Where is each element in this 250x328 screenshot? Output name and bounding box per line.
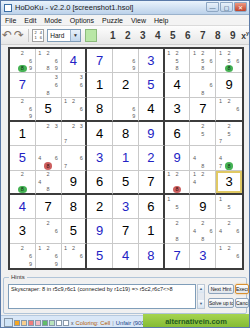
solved-digit: 2 (139, 146, 163, 169)
cell-r6c1[interactable]: 28 (10, 171, 36, 195)
solved-digit: 4 (62, 49, 86, 72)
cell-r6c2[interactable]: 248 (36, 171, 62, 195)
candidate-2: 2 (199, 219, 207, 227)
candidate-4: 4 (36, 178, 44, 185)
coloring-swatch[interactable] (4, 318, 13, 327)
cell-r8c2[interactable]: 26 (36, 219, 62, 243)
digit-button-7[interactable]: 7 (195, 30, 210, 41)
cell-r1c4[interactable]: 7 (87, 49, 113, 73)
coloring-swatch[interactable] (35, 320, 41, 326)
candidate-6: 6 (26, 252, 34, 260)
candidate-3: 3 (52, 122, 60, 130)
cell-r4c9[interactable]: 257 (216, 122, 242, 146)
xy-candidates-button[interactable]: xy (241, 30, 249, 41)
cell-r4c4[interactable]: 4 (87, 122, 113, 146)
candidate-2: 2 (225, 49, 234, 57)
cell-r3c4[interactable]: 8 (87, 98, 113, 122)
candidate-8: 8 (199, 89, 207, 97)
given-digit: 5 (36, 98, 61, 120)
candidate-2: 2 (18, 244, 26, 252)
candidate-6: 6 (77, 252, 85, 260)
candidate-2: 2 (44, 49, 52, 57)
menu-item-file[interactable]: File (1, 17, 20, 24)
candidate-8: 8 (173, 235, 181, 243)
app-icon (4, 4, 12, 12)
solved-digit: 5 (87, 244, 112, 268)
candidate-2: 2 (44, 171, 52, 178)
red-candidate-8: 8 (44, 162, 52, 170)
green-candidate-8: 8 (225, 65, 234, 73)
status-separator: | (112, 320, 114, 326)
given-digit: 9 (190, 195, 215, 218)
hodoku-window: HoDoKu - v2.2.0 [screenshot1.hsol] — ▢ ✕… (0, 0, 250, 328)
candidate-2: 2 (173, 219, 181, 227)
cell-r8c3[interactable]: 5 (62, 219, 88, 243)
cell-r6c5[interactable]: 5 (113, 171, 139, 195)
cell-r7c7[interactable]: 15 (165, 195, 191, 219)
given-digit: 7 (139, 171, 163, 193)
watermark-banner: alternativein.com (143, 314, 249, 328)
given-digit: 5 (113, 171, 138, 193)
candidate-2: 2 (199, 171, 207, 178)
cell-r3c5[interactable]: 69 (113, 98, 139, 122)
maximize-button[interactable]: ▢ (220, 2, 233, 12)
cell-r1c3[interactable]: 4 (62, 49, 88, 73)
candidate-3: 3 (77, 122, 85, 130)
candidate-4: 4 (190, 227, 198, 235)
candidate-1: 1 (165, 195, 173, 203)
menu-item-mode[interactable]: Mode (40, 17, 66, 24)
candidate-2: 2 (69, 244, 77, 252)
cell-r7c2[interactable]: 7 (36, 195, 62, 219)
cell-r5c7[interactable]: 9 (165, 146, 191, 170)
candidate-6: 6 (77, 81, 85, 89)
candidate-2: 2 (225, 244, 234, 252)
hints-panel: Hints Skyscraper: 8 in r5c9,r6c1 (connec… (3, 277, 247, 314)
candidate-9: 9 (26, 113, 34, 120)
digit-button-9[interactable]: 9 (225, 30, 240, 41)
coloring-swatch[interactable] (49, 320, 55, 326)
candidate-6: 6 (233, 227, 242, 235)
coloring-swatch[interactable] (28, 320, 34, 326)
cell-r1c5[interactable]: 69 (113, 49, 139, 73)
cell-r5c6[interactable]: 2 (139, 146, 165, 170)
candidate-6: 6 (52, 81, 60, 89)
given-digit: 9 (216, 73, 242, 96)
cell-r5c9[interactable]: 478 (216, 146, 242, 170)
cell-r9c4[interactable]: 5 (87, 244, 113, 268)
given-digit: 7 (36, 195, 61, 218)
cell-r1c1[interactable]: 2689 (10, 49, 36, 73)
cell-r4c1[interactable]: 1 (10, 122, 36, 146)
candidate-4: 4 (36, 154, 44, 162)
candidate-1: 1 (190, 171, 198, 178)
candidate-7: 7 (216, 138, 225, 146)
cell-r7c4[interactable]: 2 (87, 195, 113, 219)
cell-r5c5[interactable]: 1 (113, 146, 139, 170)
cell-r9c1[interactable]: 269 (10, 244, 36, 268)
undo-button[interactable]: ↶ (2, 29, 12, 41)
cell-r3c2[interactable]: 5 (36, 98, 62, 122)
menu-item-options[interactable]: Options (66, 17, 98, 24)
solved-digit: 3 (139, 49, 163, 72)
candidate-5: 5 (173, 57, 181, 65)
cell-r9c8[interactable]: 3 (190, 244, 216, 268)
green-candidate-8: 8 (18, 186, 26, 193)
hint-scrollbar[interactable]: ▲ ▼ (197, 284, 205, 309)
candidate-9: 9 (130, 113, 138, 120)
given-digit: 8 (113, 122, 138, 145)
cell-r2c9[interactable]: 9 (216, 73, 242, 97)
cell-r4c7[interactable]: 6 (165, 122, 191, 146)
solved-digit: 4 (10, 195, 35, 218)
given-digit: 3 (216, 171, 242, 193)
solve-up-to-button[interactable]: Solve up to (208, 298, 234, 308)
candidate-4: 4 (190, 178, 198, 185)
candidate-2: 2 (18, 49, 26, 57)
given-digit: 6 (139, 195, 163, 218)
candidate-1: 1 (165, 171, 173, 178)
cell-r8c8[interactable]: 2468 (190, 219, 216, 243)
menu-item-edit[interactable]: Edit (20, 17, 40, 24)
menu-bar: FileEditModeOptionsPuzzleViewHelp (1, 15, 249, 26)
cell-r1c2[interactable]: 12689 (36, 49, 62, 73)
solved-digit: 3 (190, 244, 215, 268)
cell-r8c5[interactable]: 7 (113, 219, 139, 243)
candidate-8: 8 (199, 162, 207, 170)
coloring-swatch[interactable] (21, 320, 27, 326)
cell-r6c7[interactable]: 128 (165, 171, 191, 195)
scroll-down-icon[interactable]: ▼ (198, 300, 204, 308)
candidate-9: 9 (26, 260, 34, 268)
cell-r8c6[interactable]: 1 (139, 219, 165, 243)
candidate-1: 1 (165, 49, 173, 57)
digit-buttons: 123456789 (105, 30, 240, 41)
candidate-4: 4 (216, 227, 225, 235)
candidate-6: 6 (52, 252, 60, 260)
watermark-text: alternativein.com (165, 317, 227, 326)
solved-digit: 5 (10, 146, 35, 169)
title-bar[interactable]: HoDoKu - v2.2.0 [screenshot1.hsol] — ▢ ✕ (1, 1, 249, 15)
candidate-9: 9 (52, 65, 60, 73)
cell-r5c3[interactable]: 67 (62, 146, 88, 170)
given-digit: 3 (165, 98, 190, 120)
candidate-1: 1 (36, 244, 44, 252)
solved-digit: 4 (113, 244, 138, 268)
candidate-9: 9 (26, 65, 34, 73)
solved-digit: 7 (87, 49, 112, 72)
given-digit: 1 (139, 219, 163, 242)
cell-r2c8[interactable]: 68 (190, 73, 216, 97)
candidate-6: 6 (233, 105, 242, 112)
cell-r4c5[interactable]: 8 (113, 122, 139, 146)
cell-r5c2[interactable]: 468 (36, 146, 62, 170)
candidate-5: 5 (225, 57, 234, 65)
cell-r3c1[interactable]: 269 (10, 98, 36, 122)
chevron-down-icon: ▼ (70, 30, 80, 41)
candidate-8: 8 (44, 89, 52, 97)
candidate-6: 6 (77, 105, 85, 112)
candidate-1: 1 (216, 244, 225, 252)
cell-r7c6[interactable]: 6 (139, 195, 165, 219)
candidate-8: 8 (199, 65, 207, 73)
candidate-7: 7 (62, 138, 70, 146)
candidate-5: 5 (225, 203, 234, 211)
show-candidates-button[interactable]: 2416 (32, 29, 44, 42)
given-digit: 4 (165, 73, 190, 96)
scroll-up-icon[interactable]: ▲ (198, 285, 204, 293)
difficulty-value: Hard (48, 32, 70, 39)
cell-r4c6[interactable]: 9 (139, 122, 165, 146)
cell-r4c8[interactable]: 25 (190, 122, 216, 146)
candidate-2: 2 (44, 244, 52, 252)
no-color-swatch[interactable]: x (71, 320, 74, 326)
cell-r6c9[interactable]: 3 (216, 171, 242, 195)
candidate-2: 2 (173, 171, 181, 178)
candidate-8: 8 (44, 186, 52, 193)
candidate-6: 6 (207, 81, 215, 89)
cell-r7c1[interactable]: 4 (10, 195, 36, 219)
redo-button[interactable]: ↷ (14, 29, 24, 41)
candidate-2: 2 (225, 98, 234, 105)
cell-r2c2[interactable]: 368 (36, 73, 62, 97)
given-digit: 6 (87, 171, 112, 193)
close-button[interactable]: ✕ (234, 2, 247, 12)
candidate-8: 8 (199, 235, 207, 243)
given-digit: 2 (113, 73, 138, 96)
given-digit: 4 (139, 98, 163, 120)
cell-r3c9[interactable]: 126 (216, 98, 242, 122)
digit-button-2[interactable]: 2 (120, 30, 135, 41)
candidate-1: 1 (216, 98, 225, 105)
candidate-6: 6 (207, 227, 215, 235)
menu-item-puzzle[interactable]: Puzzle (98, 17, 127, 24)
candidate-1: 1 (216, 49, 225, 57)
candidate-2: 2 (69, 98, 77, 105)
cell-r6c6[interactable]: 7 (139, 171, 165, 195)
given-digit: 3 (10, 219, 35, 242)
candidate-4: 4 (190, 154, 198, 162)
next-hint-button[interactable]: Next Hint (208, 284, 234, 294)
cell-r9c6[interactable]: 8 (139, 244, 165, 268)
candidate-2: 2 (69, 122, 77, 130)
candidate-2: 2 (225, 219, 234, 227)
cell-r8c4[interactable]: 9 (87, 219, 113, 243)
coloring-swatch[interactable] (42, 320, 48, 326)
candidate-6: 6 (233, 57, 242, 65)
candidate-6: 6 (130, 57, 138, 65)
cell-r8c9[interactable]: 246 (216, 219, 242, 243)
cell-r5c4[interactable]: 3 (87, 146, 113, 170)
cell-r1c6[interactable]: 3 (139, 49, 165, 73)
cell-r2c6[interactable]: 5 (139, 73, 165, 97)
candidate-2: 2 (199, 122, 207, 130)
cell-r5c8[interactable]: 48 (190, 146, 216, 170)
candidate-2: 2 (18, 171, 26, 178)
cell-r7c9[interactable]: 15 (216, 195, 242, 219)
cell-r1c7[interactable]: 1258 (165, 49, 191, 73)
candidate-2: 2 (199, 49, 207, 57)
candidate-2: 2 (18, 98, 26, 105)
given-digit: 8 (87, 98, 112, 120)
candidate-6: 6 (52, 57, 60, 65)
cell-r6c8[interactable]: 124 (190, 171, 216, 195)
candidate-6: 6 (233, 252, 242, 260)
given-digit: 1 (87, 73, 112, 96)
digit-button-8[interactable]: 8 (210, 30, 225, 41)
cell-r2c3[interactable]: 36 (62, 73, 88, 97)
solved-digit: 3 (113, 195, 138, 218)
digit-button-3[interactable]: 3 (135, 30, 150, 41)
candidate-6: 6 (26, 105, 34, 112)
cell-r7c5[interactable]: 3 (113, 195, 139, 219)
given-digit: 2 (87, 195, 112, 218)
candidate-3: 3 (52, 73, 60, 81)
given-digit: 1 (10, 122, 35, 145)
digit-button-5[interactable]: 5 (165, 30, 180, 41)
coloring-swatch[interactable] (56, 320, 62, 326)
cell-r2c1[interactable]: 7 (10, 73, 36, 97)
digit-button-4[interactable]: 4 (150, 30, 165, 41)
execute-button[interactable]: Execute (235, 284, 249, 294)
candidate-9: 9 (52, 260, 60, 268)
candidate-7: 7 (216, 162, 225, 170)
cell-r9c2[interactable]: 1269 (36, 244, 62, 268)
candidate-5: 5 (199, 57, 207, 65)
candidate-8: 8 (173, 65, 181, 73)
sudoku-board: 2689126894769312581256812568736836125468… (8, 47, 244, 270)
cell-r4c3[interactable]: 237 (62, 122, 88, 146)
cell-r2c5[interactable]: 2 (113, 73, 139, 97)
cell-r6c3[interactable]: 9 (62, 171, 88, 195)
given-digit: 6 (165, 122, 190, 145)
candidate-6: 6 (52, 154, 60, 162)
candidate-icon-digit: 6 (38, 35, 43, 41)
solved-digit: 9 (87, 219, 112, 242)
green-candidate-8: 8 (18, 65, 26, 73)
candidate-1: 1 (62, 244, 70, 252)
candidate-6: 6 (207, 57, 215, 65)
given-digit: 5 (62, 219, 86, 242)
candidate-5: 5 (199, 130, 207, 138)
candidate-3: 3 (77, 73, 85, 81)
cell-r9c7[interactable]: 7 (165, 244, 191, 268)
given-digit: 9 (62, 171, 86, 193)
cell-r1c8[interactable]: 12568 (190, 49, 216, 73)
cell-r3c8[interactable]: 7 (190, 98, 216, 122)
candidate-1: 1 (190, 49, 198, 57)
solved-digit: 5 (139, 73, 163, 96)
given-digit: 7 (190, 98, 215, 120)
candidate-9: 9 (130, 65, 138, 73)
cell-r9c9[interactable]: 126 (216, 244, 242, 268)
cell-r8c7[interactable]: 28 (165, 219, 191, 243)
coloring-palette (4, 318, 70, 327)
solved-digit: 8 (139, 244, 163, 268)
xy-sup-label: y (246, 30, 249, 36)
green-candidate-8: 8 (225, 162, 234, 170)
cell-r3c3[interactable]: 126 (62, 98, 88, 122)
cell-r9c3[interactable]: 126 (62, 244, 88, 268)
candidate-2: 2 (225, 122, 234, 130)
coloring-mode-label: Coloring: Cell (76, 320, 111, 326)
cell-r3c6[interactable]: 4 (139, 98, 165, 122)
toolbar: ↶ ↷ 2416 Hard ▼ 123456789 xy (1, 26, 249, 45)
window-title: HoDoKu - v2.2.0 [screenshot1.hsol] (15, 3, 133, 12)
digit-button-1[interactable]: 1 (105, 30, 120, 41)
candidate-2: 2 (44, 219, 52, 227)
cell-r1c9[interactable]: 12568 (216, 49, 242, 73)
candidate-4: 4 (216, 154, 225, 162)
candidate-6: 6 (52, 227, 60, 235)
candidate-6: 6 (130, 105, 138, 112)
candidate-2: 2 (44, 122, 52, 130)
cell-r2c4[interactable]: 1 (87, 73, 113, 97)
candidate-5: 5 (225, 130, 234, 138)
cell-r7c3[interactable]: 8 (62, 195, 88, 219)
cell-r7c8[interactable]: 9 (190, 195, 216, 219)
solved-digit: 1 (113, 146, 138, 169)
cancel-button[interactable]: Cancel (235, 298, 249, 308)
solved-digit: 3 (87, 146, 112, 169)
solved-digit: 7 (10, 73, 35, 96)
cell-r5c1[interactable]: 5 (10, 146, 36, 170)
solved-digit: 7 (165, 244, 190, 268)
toolbar-separator (28, 29, 29, 42)
cell-r2c7[interactable]: 4 (165, 73, 191, 97)
candidate-7: 7 (62, 162, 70, 170)
coloring-swatch[interactable] (14, 320, 20, 326)
cell-r8c1[interactable]: 3 (10, 219, 36, 243)
candidate-1: 1 (36, 49, 44, 57)
cell-r9c5[interactable]: 4 (113, 244, 139, 268)
candidate-2: 2 (173, 49, 181, 57)
coloring-swatch[interactable] (63, 320, 69, 326)
given-digit: 4 (87, 122, 112, 145)
candidate-6: 6 (26, 57, 34, 65)
given-digit: 7 (113, 219, 138, 242)
candidate-6: 6 (77, 154, 85, 162)
hints-panel-title: Hints (9, 274, 27, 280)
cell-r3c7[interactable]: 3 (165, 98, 191, 122)
solved-digit: 9 (165, 146, 190, 169)
cell-r6c4[interactable]: 6 (87, 171, 113, 195)
minimize-button[interactable]: — (206, 2, 219, 12)
color-swatch-button[interactable] (85, 29, 97, 42)
menu-item-view[interactable]: View (127, 17, 150, 24)
difficulty-dropdown[interactable]: Hard ▼ (47, 29, 81, 42)
solved-digit: 9 (139, 122, 163, 145)
cell-r4c2[interactable]: 23 (36, 122, 62, 146)
hint-text-area[interactable]: Skyscraper: 8 in r5c9,r6c1 (connected by… (8, 284, 196, 309)
candidate-5: 5 (173, 203, 181, 211)
candidate-1: 1 (216, 195, 225, 203)
menu-item-help[interactable]: Help (150, 17, 172, 24)
candidate-8: 8 (44, 65, 52, 73)
given-digit: 8 (62, 195, 86, 218)
red-candidate-8: 8 (173, 186, 181, 193)
digit-button-6[interactable]: 6 (180, 30, 195, 41)
candidate-1: 1 (62, 98, 70, 105)
